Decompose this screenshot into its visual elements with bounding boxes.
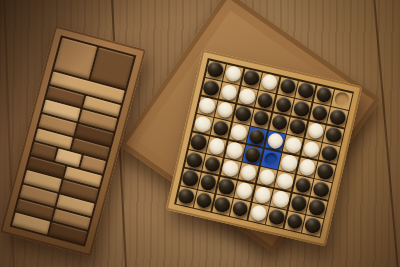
block-tower-stack [10,35,137,246]
cell-r7c5[interactable] [252,185,272,205]
white-disc [216,101,234,119]
black-disc [202,79,220,97]
cell-r5c5[interactable] [261,149,281,169]
cell-r4c3[interactable] [229,122,249,142]
cell-r1c1[interactable] [205,60,225,80]
black-disc [324,126,342,144]
black-disc [199,173,217,191]
black-disc [177,187,195,205]
black-disc [279,77,297,95]
white-disc [276,172,294,190]
black-disc [270,113,288,131]
black-disc [213,195,231,213]
othello-grid [174,58,354,238]
black-disc [231,200,249,218]
cell-r7c3[interactable] [216,177,236,197]
cell-r1c4[interactable] [259,72,279,92]
black-disc [329,108,347,126]
cell-r5c1[interactable] [188,132,208,152]
cell-r2c1[interactable] [201,78,221,98]
white-disc [230,123,248,141]
black-disc [311,104,329,122]
cell-r3c6[interactable] [287,117,307,137]
white-disc [249,204,267,222]
black-disc [242,69,260,87]
cell-r2c2[interactable] [219,82,239,102]
black-disc [312,180,330,198]
table-plank-seam [372,0,400,267]
black-disc [292,99,310,117]
cell-r4c8[interactable] [319,143,339,163]
cell-r8c6[interactable] [266,207,286,227]
cell-r1c8[interactable] [332,89,352,109]
cell-r5c2[interactable] [206,136,226,156]
black-disc [217,177,235,195]
black-disc [189,133,207,151]
drilled-recess [334,91,350,107]
cell-r1c7[interactable] [314,85,334,105]
cell-r8c1[interactable] [176,186,196,206]
cell-r7c4[interactable] [234,181,254,201]
drilled-recess [263,151,279,167]
cell-r6c8[interactable] [311,180,331,200]
black-disc [290,194,308,212]
black-disc [274,95,292,113]
white-disc [284,136,302,154]
cell-r1c6[interactable] [296,81,316,101]
white-disc [260,73,278,91]
black-disc [320,144,338,162]
white-disc [258,168,276,186]
white-disc [266,131,284,149]
cell-r2c5[interactable] [273,95,293,115]
cell-r7c1[interactable] [180,168,200,188]
black-disc [308,198,326,216]
white-disc [302,140,320,158]
cell-r3c1[interactable] [197,96,217,116]
black-disc [294,176,312,194]
cell-r4c6[interactable] [283,135,303,155]
cell-r2c6[interactable] [291,99,311,119]
cell-r7c8[interactable] [307,198,327,218]
cell-r5c4[interactable] [243,145,263,165]
cell-r8c5[interactable] [248,203,268,223]
black-disc [252,109,270,127]
cell-r4c5[interactable] [265,131,285,151]
black-disc [181,169,199,187]
black-disc [244,145,262,163]
cell-r4c4[interactable] [247,127,267,147]
white-disc [298,158,316,176]
black-disc [185,151,203,169]
cell-r6c7[interactable] [293,175,313,195]
cell-r8c4[interactable] [230,199,250,219]
cell-r7c2[interactable] [198,173,218,193]
white-disc [224,65,242,83]
cell-r2c8[interactable] [328,107,348,127]
cell-r4c1[interactable] [193,114,213,134]
cell-r4c2[interactable] [211,118,231,138]
white-disc [306,122,324,140]
cell-r5c8[interactable] [315,161,335,181]
black-disc [206,61,224,79]
tabletop-scene [0,0,400,267]
white-disc [220,83,238,101]
cell-r2c3[interactable] [237,86,257,106]
black-disc [248,127,266,145]
cell-r2c7[interactable] [309,103,329,123]
cell-r7c7[interactable] [289,193,309,213]
cell-r3c8[interactable] [323,125,343,145]
black-disc [316,162,334,180]
cell-r8c2[interactable] [194,191,214,211]
white-disc [238,87,256,105]
cell-r3c2[interactable] [215,100,235,120]
cell-r6c1[interactable] [184,150,204,170]
white-disc [198,97,216,115]
cell-r5c3[interactable] [225,141,245,161]
white-disc [280,154,298,172]
cell-r8c7[interactable] [284,212,304,232]
black-disc [267,208,285,226]
cell-r7c6[interactable] [270,189,290,209]
black-disc [304,216,322,234]
cell-r3c4[interactable] [251,109,271,129]
white-disc [226,141,244,159]
black-disc [256,91,274,109]
white-disc [253,186,271,204]
black-disc [285,212,303,230]
cell-r3c7[interactable] [305,121,325,141]
cell-r3c3[interactable] [233,104,253,124]
cell-r1c3[interactable] [241,68,261,88]
white-disc [208,137,226,155]
cell-r6c4[interactable] [238,163,258,183]
cell-r3c5[interactable] [269,113,289,133]
black-disc [203,155,221,173]
cell-r4c7[interactable] [301,139,321,159]
cell-r6c5[interactable] [257,167,277,187]
white-disc [221,159,239,177]
cell-r8c8[interactable] [302,216,322,236]
white-disc [272,190,290,208]
white-disc [194,115,212,133]
cell-r5c7[interactable] [297,157,317,177]
cell-r6c6[interactable] [275,171,295,191]
cell-r8c3[interactable] [212,195,232,215]
cell-r6c3[interactable] [220,159,240,179]
cell-r2c4[interactable] [255,90,275,110]
cell-r6c2[interactable] [202,154,222,174]
black-disc [195,191,213,209]
black-disc [234,105,252,123]
white-disc [235,182,253,200]
cell-r5c6[interactable] [279,153,299,173]
cell-r1c5[interactable] [277,77,297,97]
cell-r1c2[interactable] [223,64,243,84]
black-disc [315,86,333,104]
black-disc [288,118,306,136]
black-disc [297,81,315,99]
black-disc [212,119,230,137]
white-disc [240,163,258,181]
othello-board [166,50,363,247]
